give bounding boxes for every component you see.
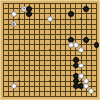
white-stone-Q5[interactable] [78, 73, 84, 79]
white-stone-R3[interactable] [83, 83, 89, 89]
grid-line-horizontal [3, 96, 97, 97]
grid-line-vertical [96, 3, 97, 97]
white-stone-C15[interactable] [11, 21, 17, 27]
black-stone-F17[interactable] [26, 11, 32, 17]
white-stone-P11[interactable] [73, 42, 79, 48]
white-stone-Q7[interactable] [78, 63, 84, 69]
grid-line-vertical [91, 3, 92, 97]
grid-line-horizontal [3, 70, 97, 71]
star-point [49, 49, 51, 51]
last-move-dot-marker [23, 8, 25, 10]
black-stone-R12[interactable] [83, 37, 89, 43]
star-point [49, 80, 51, 82]
grid-line-vertical [60, 3, 61, 97]
grid-line-vertical [70, 3, 71, 97]
white-stone-C17[interactable] [11, 11, 17, 17]
star-point [18, 18, 20, 20]
grid-line-vertical [65, 3, 66, 97]
grid-line-vertical [55, 3, 56, 97]
star-point [80, 18, 82, 20]
grid-line-horizontal [3, 91, 97, 92]
star-point [18, 49, 20, 51]
ring-marker [13, 23, 16, 26]
go-board-grid [0, 0, 100, 100]
go-board[interactable] [0, 0, 100, 100]
white-stone-S2[interactable] [88, 88, 94, 94]
white-stone-Q10[interactable] [78, 47, 84, 53]
white-stone-C3[interactable] [11, 83, 17, 89]
grid-line-horizontal [3, 55, 97, 56]
star-point [80, 80, 82, 82]
black-stone-R18[interactable] [83, 6, 89, 12]
black-stone-T11[interactable] [94, 42, 100, 48]
star-point [18, 80, 20, 82]
black-stone-O17[interactable] [68, 11, 74, 17]
white-stone-K16[interactable] [47, 16, 53, 22]
grid-line-horizontal [3, 60, 97, 61]
